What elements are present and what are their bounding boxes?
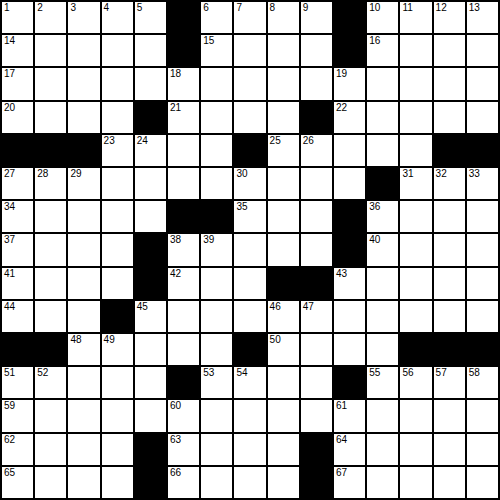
clue-number-45: 45	[137, 301, 148, 313]
cell-r9c15[interactable]	[467, 268, 498, 299]
black-square-r9c5	[135, 268, 166, 299]
cell-r12c12[interactable]: 55	[367, 367, 398, 398]
clue-number-59: 59	[4, 400, 15, 412]
clue-number-65: 65	[4, 467, 15, 479]
clue-number-20: 20	[4, 102, 15, 114]
cell-r7c13[interactable]	[400, 201, 431, 232]
cell-r7c10[interactable]	[301, 201, 332, 232]
black-square-r5c15	[467, 135, 498, 166]
clue-number-47: 47	[303, 301, 314, 313]
cell-r13c13[interactable]	[400, 400, 431, 431]
cell-r6c8[interactable]: 30	[234, 168, 265, 199]
cell-r1c3[interactable]: 3	[68, 2, 99, 33]
clue-number-57: 57	[436, 367, 447, 379]
black-square-r6c12	[367, 168, 398, 199]
cell-r4c8[interactable]	[234, 102, 265, 133]
cell-r2c10[interactable]	[301, 35, 332, 66]
cell-r14c11[interactable]: 64	[334, 434, 365, 465]
cell-r15c3[interactable]	[68, 467, 99, 498]
cell-r13c2[interactable]	[35, 400, 66, 431]
clue-number-23: 23	[104, 135, 115, 147]
black-square-r15c10	[301, 467, 332, 498]
cell-r8c13[interactable]	[400, 234, 431, 265]
cell-r14c2[interactable]	[35, 434, 66, 465]
cell-r13c14[interactable]	[434, 400, 465, 431]
clue-number-64: 64	[336, 434, 347, 446]
clue-number-28: 28	[37, 168, 48, 180]
cell-r10c10[interactable]: 47	[301, 301, 332, 332]
cell-r1c2[interactable]: 2	[35, 2, 66, 33]
clue-number-60: 60	[170, 400, 181, 412]
cell-r15c4[interactable]	[102, 467, 133, 498]
black-square-r2c6	[168, 35, 199, 66]
cell-r3c6[interactable]: 18	[168, 68, 199, 99]
clue-number-48: 48	[70, 334, 81, 346]
cell-r4c12[interactable]	[367, 102, 398, 133]
black-square-r9c9	[268, 268, 299, 299]
cell-r8c4[interactable]	[102, 234, 133, 265]
cell-r15c9[interactable]	[268, 467, 299, 498]
cell-r13c15[interactable]	[467, 400, 498, 431]
cell-r8c8[interactable]	[234, 234, 265, 265]
cell-r12c4[interactable]	[102, 367, 133, 398]
clue-number-52: 52	[37, 367, 48, 379]
cell-r4c6[interactable]: 21	[168, 102, 199, 133]
cell-r5c4[interactable]: 23	[102, 135, 133, 166]
cell-r11c12[interactable]	[367, 334, 398, 365]
clue-number-37: 37	[4, 234, 15, 246]
cell-r5c10[interactable]: 26	[301, 135, 332, 166]
black-square-r7c6	[168, 201, 199, 232]
black-square-r10c4	[102, 301, 133, 332]
cell-r13c4[interactable]	[102, 400, 133, 431]
cell-r9c11[interactable]: 43	[334, 268, 365, 299]
cell-r2c7[interactable]: 15	[201, 35, 232, 66]
cell-r5c5[interactable]: 24	[135, 135, 166, 166]
clue-number-41: 41	[4, 268, 15, 280]
cell-r2c5[interactable]	[135, 35, 166, 66]
cell-r9c2[interactable]	[35, 268, 66, 299]
black-square-r11c13	[400, 334, 431, 365]
cell-r4c2[interactable]	[35, 102, 66, 133]
cell-r3c3[interactable]	[68, 68, 99, 99]
cell-r13c1[interactable]: 59	[2, 400, 33, 431]
black-square-r1c6	[168, 2, 199, 33]
cell-r6c7[interactable]	[201, 168, 232, 199]
clue-number-7: 7	[236, 2, 242, 14]
clue-number-63: 63	[170, 434, 181, 446]
cell-r1c4[interactable]: 4	[102, 2, 133, 33]
cell-r1c13[interactable]: 11	[400, 2, 431, 33]
cell-r12c10[interactable]	[301, 367, 332, 398]
cell-r3c5[interactable]	[135, 68, 166, 99]
cell-r3c14[interactable]	[434, 68, 465, 99]
cell-r11c9[interactable]: 50	[268, 334, 299, 365]
cell-r9c12[interactable]	[367, 268, 398, 299]
cell-r9c4[interactable]	[102, 268, 133, 299]
cell-r5c6[interactable]	[168, 135, 199, 166]
clue-number-35: 35	[236, 201, 247, 213]
cell-r2c8[interactable]	[234, 35, 265, 66]
cell-r6c10[interactable]	[301, 168, 332, 199]
cell-r2c2[interactable]	[35, 35, 66, 66]
cell-r11c10[interactable]	[301, 334, 332, 365]
black-square-r5c2	[35, 135, 66, 166]
clue-number-3: 3	[70, 2, 76, 14]
cell-r6c3[interactable]: 29	[68, 168, 99, 199]
cell-r10c5[interactable]: 45	[135, 301, 166, 332]
black-square-r1c11	[334, 2, 365, 33]
clue-number-25: 25	[270, 135, 281, 147]
cell-r12c14[interactable]: 57	[434, 367, 465, 398]
cell-r13c9[interactable]	[268, 400, 299, 431]
cell-r4c1[interactable]: 20	[2, 102, 33, 133]
clue-number-31: 31	[402, 168, 413, 180]
cell-r14c3[interactable]	[68, 434, 99, 465]
cell-r8c3[interactable]	[68, 234, 99, 265]
cell-r14c13[interactable]	[400, 434, 431, 465]
black-square-r11c15	[467, 334, 498, 365]
black-square-r7c11	[334, 201, 365, 232]
cell-r4c3[interactable]	[68, 102, 99, 133]
cell-r12c2[interactable]: 52	[35, 367, 66, 398]
clue-number-24: 24	[137, 135, 148, 147]
cell-r11c5[interactable]	[135, 334, 166, 365]
clue-number-17: 17	[4, 68, 15, 80]
clue-number-30: 30	[236, 168, 247, 180]
clue-number-6: 6	[203, 2, 209, 14]
crossword-board: 1234567891011121314151617181920212223242…	[0, 0, 500, 500]
cell-r3c9[interactable]	[268, 68, 299, 99]
clue-number-4: 4	[104, 2, 110, 14]
clue-number-56: 56	[402, 367, 413, 379]
cell-r14c9[interactable]	[268, 434, 299, 465]
cell-r15c6[interactable]: 66	[168, 467, 199, 498]
black-square-r11c2	[35, 334, 66, 365]
clue-number-39: 39	[203, 234, 214, 246]
clue-number-13: 13	[469, 2, 480, 14]
cell-r4c13[interactable]	[400, 102, 431, 133]
clue-number-61: 61	[336, 400, 347, 412]
clue-number-53: 53	[203, 367, 214, 379]
clue-number-54: 54	[236, 367, 247, 379]
cell-r8c1[interactable]: 37	[2, 234, 33, 265]
cell-r6c1[interactable]: 27	[2, 168, 33, 199]
cell-r1c12[interactable]: 10	[367, 2, 398, 33]
cell-r14c6[interactable]: 63	[168, 434, 199, 465]
cell-r11c4[interactable]: 49	[102, 334, 133, 365]
cell-r1c14[interactable]: 12	[434, 2, 465, 33]
cell-r9c13[interactable]	[400, 268, 431, 299]
clue-number-21: 21	[170, 102, 181, 114]
black-square-r11c8	[234, 334, 265, 365]
cell-r12c7[interactable]: 53	[201, 367, 232, 398]
cell-r1c15[interactable]: 13	[467, 2, 498, 33]
cell-r14c7[interactable]	[201, 434, 232, 465]
cell-r10c6[interactable]	[168, 301, 199, 332]
cell-r9c7[interactable]	[201, 268, 232, 299]
cell-r2c15[interactable]	[467, 35, 498, 66]
clue-number-22: 22	[336, 102, 347, 114]
cell-r6c11[interactable]	[334, 168, 365, 199]
cell-r2c12[interactable]: 16	[367, 35, 398, 66]
cell-r3c4[interactable]	[102, 68, 133, 99]
clue-number-67: 67	[336, 467, 347, 479]
cell-r15c8[interactable]	[234, 467, 265, 498]
black-square-r5c3	[68, 135, 99, 166]
cell-r2c4[interactable]	[102, 35, 133, 66]
black-square-r2c11	[334, 35, 365, 66]
cell-r3c10[interactable]	[301, 68, 332, 99]
cell-r15c15[interactable]	[467, 467, 498, 498]
cell-r7c2[interactable]	[35, 201, 66, 232]
cell-r9c1[interactable]: 41	[2, 268, 33, 299]
clue-number-40: 40	[369, 234, 380, 246]
cell-r11c7[interactable]	[201, 334, 232, 365]
cell-r7c1[interactable]: 34	[2, 201, 33, 232]
cell-r11c3[interactable]: 48	[68, 334, 99, 365]
black-square-r4c5	[135, 102, 166, 133]
cell-r14c12[interactable]	[367, 434, 398, 465]
cell-r15c12[interactable]	[367, 467, 398, 498]
cell-r10c11[interactable]	[334, 301, 365, 332]
cell-r10c2[interactable]	[35, 301, 66, 332]
cell-r15c7[interactable]	[201, 467, 232, 498]
cell-r10c15[interactable]	[467, 301, 498, 332]
cell-r1c1[interactable]: 1	[2, 2, 33, 33]
clue-number-43: 43	[336, 268, 347, 280]
cell-r12c5[interactable]	[135, 367, 166, 398]
black-square-r11c1	[2, 334, 33, 365]
cell-r2c1[interactable]: 14	[2, 35, 33, 66]
cell-r9c8[interactable]	[234, 268, 265, 299]
black-square-r8c11	[334, 234, 365, 265]
black-square-r12c6	[168, 367, 199, 398]
clue-number-15: 15	[203, 35, 214, 47]
clue-number-14: 14	[4, 35, 15, 47]
clue-number-12: 12	[436, 2, 447, 14]
cell-r7c4[interactable]	[102, 201, 133, 232]
cell-r4c11[interactable]: 22	[334, 102, 365, 133]
clue-number-34: 34	[4, 201, 15, 213]
cell-r3c12[interactable]	[367, 68, 398, 99]
cell-r6c9[interactable]	[268, 168, 299, 199]
cell-r6c6[interactable]	[168, 168, 199, 199]
cell-r12c9[interactable]	[268, 367, 299, 398]
cell-r8c14[interactable]	[434, 234, 465, 265]
cell-r15c11[interactable]: 67	[334, 467, 365, 498]
black-square-r11c14	[434, 334, 465, 365]
clue-number-33: 33	[469, 168, 480, 180]
cell-r13c10[interactable]	[301, 400, 332, 431]
cell-r6c2[interactable]: 28	[35, 168, 66, 199]
cell-r3c2[interactable]	[35, 68, 66, 99]
cell-r13c5[interactable]	[135, 400, 166, 431]
cell-r14c4[interactable]	[102, 434, 133, 465]
clue-number-11: 11	[402, 2, 412, 14]
cell-r6c14[interactable]: 32	[434, 168, 465, 199]
cell-r12c1[interactable]: 51	[2, 367, 33, 398]
cell-r10c3[interactable]	[68, 301, 99, 332]
cell-r1c5[interactable]: 5	[135, 2, 166, 33]
clue-number-66: 66	[170, 467, 181, 479]
cell-r13c6[interactable]: 60	[168, 400, 199, 431]
cell-r10c7[interactable]	[201, 301, 232, 332]
cell-r2c9[interactable]	[268, 35, 299, 66]
cell-r12c3[interactable]	[68, 367, 99, 398]
cell-r3c11[interactable]: 19	[334, 68, 365, 99]
cell-r11c11[interactable]	[334, 334, 365, 365]
clue-number-36: 36	[369, 201, 380, 213]
cell-r10c8[interactable]	[234, 301, 265, 332]
cell-r15c2[interactable]	[35, 467, 66, 498]
clue-number-19: 19	[336, 68, 347, 80]
cell-r8c6[interactable]: 38	[168, 234, 199, 265]
black-square-r9c10	[301, 268, 332, 299]
cell-r11c6[interactable]	[168, 334, 199, 365]
cell-r2c3[interactable]	[68, 35, 99, 66]
cell-r7c15[interactable]	[467, 201, 498, 232]
cell-r13c8[interactable]	[234, 400, 265, 431]
cell-r14c15[interactable]	[467, 434, 498, 465]
black-square-r5c8	[234, 135, 265, 166]
cell-r5c7[interactable]	[201, 135, 232, 166]
cell-r3c7[interactable]	[201, 68, 232, 99]
black-square-r15c5	[135, 467, 166, 498]
cell-r8c15[interactable]	[467, 234, 498, 265]
cell-r5c13[interactable]	[400, 135, 431, 166]
cell-r5c11[interactable]	[334, 135, 365, 166]
cell-r7c14[interactable]	[434, 201, 465, 232]
black-square-r7c7	[201, 201, 232, 232]
cell-r13c7[interactable]	[201, 400, 232, 431]
cell-r9c14[interactable]	[434, 268, 465, 299]
cell-r2c13[interactable]	[400, 35, 431, 66]
crossword-grid: 1234567891011121314151617181920212223242…	[2, 2, 498, 498]
cell-r7c12[interactable]: 36	[367, 201, 398, 232]
cell-r13c11[interactable]: 61	[334, 400, 365, 431]
black-square-r12c11	[334, 367, 365, 398]
cell-r6c5[interactable]	[135, 168, 166, 199]
clue-number-1: 1	[4, 2, 10, 14]
cell-r10c9[interactable]: 46	[268, 301, 299, 332]
cell-r7c5[interactable]	[135, 201, 166, 232]
cell-r10c12[interactable]	[367, 301, 398, 332]
clue-number-50: 50	[270, 334, 281, 346]
cell-r4c7[interactable]	[201, 102, 232, 133]
clue-number-26: 26	[303, 135, 314, 147]
clue-number-5: 5	[137, 2, 143, 14]
clue-number-51: 51	[4, 367, 15, 379]
black-square-r8c5	[135, 234, 166, 265]
cell-r8c10[interactable]	[301, 234, 332, 265]
clue-number-62: 62	[4, 434, 15, 446]
cell-r4c14[interactable]	[434, 102, 465, 133]
cell-r8c9[interactable]	[268, 234, 299, 265]
cell-r6c15[interactable]: 33	[467, 168, 498, 199]
clue-number-46: 46	[270, 301, 281, 313]
cell-r10c14[interactable]	[434, 301, 465, 332]
cell-r12c15[interactable]: 58	[467, 367, 498, 398]
cell-r15c1[interactable]: 65	[2, 467, 33, 498]
cell-r9c6[interactable]: 42	[168, 268, 199, 299]
cell-r14c14[interactable]	[434, 434, 465, 465]
cell-r3c15[interactable]	[467, 68, 498, 99]
clue-number-29: 29	[70, 168, 81, 180]
black-square-r14c10	[301, 434, 332, 465]
cell-r7c9[interactable]	[268, 201, 299, 232]
cell-r4c15[interactable]	[467, 102, 498, 133]
clue-number-49: 49	[104, 334, 115, 346]
clue-number-32: 32	[436, 168, 447, 180]
cell-r6c13[interactable]: 31	[400, 168, 431, 199]
cell-r8c2[interactable]	[35, 234, 66, 265]
clue-number-58: 58	[469, 367, 480, 379]
cell-r2c14[interactable]	[434, 35, 465, 66]
cell-r15c13[interactable]	[400, 467, 431, 498]
cell-r13c3[interactable]	[68, 400, 99, 431]
clue-number-16: 16	[369, 35, 380, 47]
cell-r10c1[interactable]: 44	[2, 301, 33, 332]
cell-r7c8[interactable]: 35	[234, 201, 265, 232]
cell-r7c3[interactable]	[68, 201, 99, 232]
clue-number-2: 2	[37, 2, 43, 14]
clue-number-9: 9	[303, 2, 309, 14]
cell-r5c12[interactable]	[367, 135, 398, 166]
cell-r1c9[interactable]: 8	[268, 2, 299, 33]
cell-r8c7[interactable]: 39	[201, 234, 232, 265]
cell-r3c8[interactable]	[234, 68, 265, 99]
clue-number-18: 18	[170, 68, 181, 80]
cell-r13c12[interactable]	[367, 400, 398, 431]
cell-r1c7[interactable]: 6	[201, 2, 232, 33]
clue-number-10: 10	[369, 2, 380, 14]
cell-r3c1[interactable]: 17	[2, 68, 33, 99]
cell-r5c9[interactable]: 25	[268, 135, 299, 166]
cell-r8c12[interactable]: 40	[367, 234, 398, 265]
cell-r10c13[interactable]	[400, 301, 431, 332]
black-square-r14c5	[135, 434, 166, 465]
cell-r1c8[interactable]: 7	[234, 2, 265, 33]
cell-r12c8[interactable]: 54	[234, 367, 265, 398]
black-square-r4c10	[301, 102, 332, 133]
cell-r9c3[interactable]	[68, 268, 99, 299]
cell-r4c4[interactable]	[102, 102, 133, 133]
cell-r6c4[interactable]	[102, 168, 133, 199]
clue-number-42: 42	[170, 268, 181, 280]
cell-r12c13[interactable]: 56	[400, 367, 431, 398]
clue-number-44: 44	[4, 301, 15, 313]
black-square-r5c1	[2, 135, 33, 166]
clue-number-55: 55	[369, 367, 380, 379]
black-square-r5c14	[434, 135, 465, 166]
cell-r14c1[interactable]: 62	[2, 434, 33, 465]
clue-number-27: 27	[4, 168, 15, 180]
clue-number-8: 8	[270, 2, 276, 14]
cell-r14c8[interactable]	[234, 434, 265, 465]
cell-r1c10[interactable]: 9	[301, 2, 332, 33]
cell-r4c9[interactable]	[268, 102, 299, 133]
clue-number-38: 38	[170, 234, 181, 246]
cell-r15c14[interactable]	[434, 467, 465, 498]
cell-r3c13[interactable]	[400, 68, 431, 99]
